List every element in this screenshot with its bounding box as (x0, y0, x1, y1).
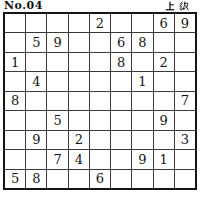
sudoku-cell-r7c3[interactable] (47, 131, 67, 149)
kanji-kyuu-icon (179, 1, 189, 11)
sudoku-cell-r3c9[interactable] (175, 53, 195, 71)
sudoku-cell-r7c2[interactable]: 9 (26, 131, 46, 149)
sudoku-cell-r5c5[interactable] (90, 92, 110, 110)
sudoku-cell-r6c5[interactable] (90, 111, 110, 129)
sudoku-cell-r5c4[interactable] (69, 92, 89, 110)
sudoku-cell-r3c5[interactable] (90, 53, 110, 71)
sudoku-cell-r4c6[interactable] (111, 72, 131, 90)
sudoku-cell-r4c3[interactable] (47, 72, 67, 90)
sudoku-cell-r8c4[interactable]: 4 (69, 150, 89, 168)
sudoku-cell-r9c8[interactable] (154, 170, 174, 188)
sudoku-cell-r2c7[interactable]: 8 (132, 33, 152, 51)
sudoku-cell-r9c4[interactable] (69, 170, 89, 188)
sudoku-cell-r9c7[interactable] (132, 170, 152, 188)
sudoku-cell-r1c1[interactable] (5, 14, 25, 32)
sudoku-cell-r1c4[interactable] (69, 14, 89, 32)
sudoku-page: No.04 26959681824187599237491586 (0, 0, 200, 200)
sudoku-cell-r7c5[interactable] (90, 131, 110, 149)
sudoku-cell-r7c9[interactable]: 3 (175, 131, 195, 149)
sudoku-cell-r3c6[interactable]: 8 (111, 53, 131, 71)
sudoku-cell-r2c2[interactable]: 5 (26, 33, 46, 51)
sudoku-cell-r1c3[interactable] (47, 14, 67, 32)
sudoku-cell-r8c5[interactable] (90, 150, 110, 168)
header: No.04 (4, 0, 197, 12)
sudoku-cell-r8c2[interactable] (26, 150, 46, 168)
sudoku-cell-r1c6[interactable] (111, 14, 131, 32)
sudoku-cell-r7c1[interactable] (5, 131, 25, 149)
sudoku-cell-r7c7[interactable] (132, 131, 152, 149)
sudoku-cell-r9c1[interactable]: 5 (5, 170, 25, 188)
sudoku-cell-r1c8[interactable]: 6 (154, 14, 174, 32)
sudoku-cell-r2c3[interactable]: 9 (47, 33, 67, 51)
sudoku-cell-r4c5[interactable] (90, 72, 110, 90)
sudoku-cell-r9c3[interactable] (47, 170, 67, 188)
sudoku-cell-r8c3[interactable]: 7 (47, 150, 67, 168)
sudoku-cell-r3c7[interactable] (132, 53, 152, 71)
sudoku-cell-r1c7[interactable] (132, 14, 152, 32)
sudoku-cell-r2c6[interactable]: 6 (111, 33, 131, 51)
sudoku-cell-r8c7[interactable]: 9 (132, 150, 152, 168)
sudoku-cell-r9c6[interactable] (111, 170, 131, 188)
sudoku-cell-r4c2[interactable]: 4 (26, 72, 46, 90)
sudoku-cell-r3c1[interactable]: 1 (5, 53, 25, 71)
sudoku-cell-r3c2[interactable] (26, 53, 46, 71)
sudoku-cell-r7c6[interactable] (111, 131, 131, 149)
sudoku-cell-r6c1[interactable] (5, 111, 25, 129)
sudoku-cell-r5c1[interactable]: 8 (5, 92, 25, 110)
sudoku-cell-r4c4[interactable] (69, 72, 89, 90)
sudoku-cell-r5c9[interactable]: 7 (175, 92, 195, 110)
sudoku-cell-r5c6[interactable] (111, 92, 131, 110)
sudoku-cell-r1c9[interactable]: 9 (175, 14, 195, 32)
difficulty-label (165, 1, 189, 12)
sudoku-cell-r6c4[interactable] (69, 111, 89, 129)
sudoku-cell-r3c8[interactable]: 2 (154, 53, 174, 71)
sudoku-cell-r3c4[interactable] (69, 53, 89, 71)
sudoku-cell-r1c5[interactable]: 2 (90, 14, 110, 32)
sudoku-cell-r6c3[interactable]: 5 (47, 111, 67, 129)
sudoku-cell-r2c1[interactable] (5, 33, 25, 51)
sudoku-cell-r4c1[interactable] (5, 72, 25, 90)
sudoku-cell-r5c7[interactable] (132, 92, 152, 110)
sudoku-cell-r3c3[interactable] (47, 53, 67, 71)
sudoku-cell-r6c9[interactable] (175, 111, 195, 129)
sudoku-cell-r5c8[interactable] (154, 92, 174, 110)
kanji-jou-icon (165, 1, 175, 11)
sudoku-cell-r6c6[interactable] (111, 111, 131, 129)
sudoku-cell-r9c9[interactable] (175, 170, 195, 188)
sudoku-cell-r8c6[interactable] (111, 150, 131, 168)
sudoku-cell-r6c2[interactable] (26, 111, 46, 129)
sudoku-cell-r8c8[interactable]: 1 (154, 150, 174, 168)
sudoku-cell-r6c7[interactable] (132, 111, 152, 129)
sudoku-cell-r7c4[interactable]: 2 (69, 131, 89, 149)
sudoku-cell-r9c5[interactable]: 6 (90, 170, 110, 188)
sudoku-cell-r9c2[interactable]: 8 (26, 170, 46, 188)
sudoku-cell-r4c9[interactable] (175, 72, 195, 90)
sudoku-cell-r6c8[interactable]: 9 (154, 111, 174, 129)
sudoku-cell-r2c5[interactable] (90, 33, 110, 51)
sudoku-cell-r2c8[interactable] (154, 33, 174, 51)
puzzle-number: No.04 (4, 0, 43, 12)
sudoku-cell-r8c9[interactable] (175, 150, 195, 168)
sudoku-cell-r5c3[interactable] (47, 92, 67, 110)
sudoku-cell-r7c8[interactable] (154, 131, 174, 149)
sudoku-cell-r2c4[interactable] (69, 33, 89, 51)
sudoku-cell-r1c2[interactable] (26, 14, 46, 32)
sudoku-cell-r4c8[interactable] (154, 72, 174, 90)
sudoku-cell-r2c9[interactable] (175, 33, 195, 51)
sudoku-grid: 26959681824187599237491586 (3, 12, 197, 190)
sudoku-cell-r4c7[interactable]: 1 (132, 72, 152, 90)
sudoku-cell-r8c1[interactable] (5, 150, 25, 168)
sudoku-cell-r5c2[interactable] (26, 92, 46, 110)
